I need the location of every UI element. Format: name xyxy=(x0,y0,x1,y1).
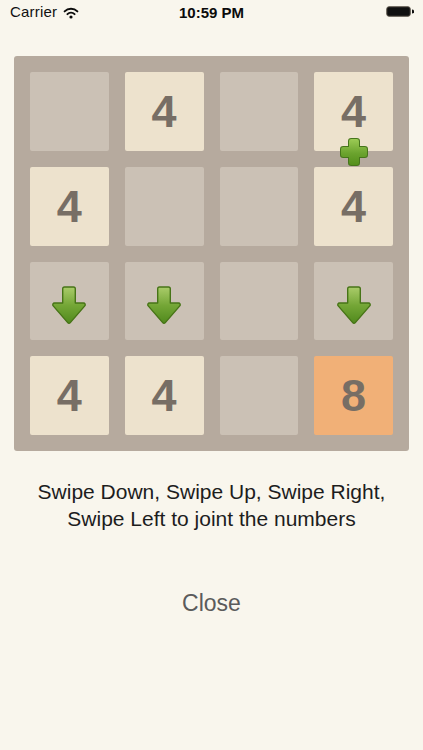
arrow-down-icon xyxy=(335,284,373,328)
cell-r1c1 xyxy=(30,72,109,151)
instruction-line-2: Swipe Left to joint the numbers xyxy=(0,506,423,533)
arrow-down-icon xyxy=(50,284,88,328)
instructions-text: Swipe Down, Swipe Up, Swipe Right, Swipe… xyxy=(0,479,423,532)
cell-r2c4: 4 xyxy=(314,167,393,246)
cell-r3c4 xyxy=(314,262,393,341)
cell-r4c4: 8 xyxy=(314,356,393,435)
cell-r4c3 xyxy=(220,356,299,435)
cell-r3c3 xyxy=(220,262,299,341)
cell-r2c1: 4 xyxy=(30,167,109,246)
cell-r2c2 xyxy=(125,167,204,246)
status-bar: Carrier 10:59 PM xyxy=(0,0,423,22)
arrow-down-icon xyxy=(145,284,183,328)
cell-r4c1: 4 xyxy=(30,356,109,435)
tile-number: 4 xyxy=(57,373,82,418)
tile-number: 4 xyxy=(152,373,177,418)
close-button[interactable]: Close xyxy=(0,588,423,619)
tile-number: 8 xyxy=(341,373,366,418)
tile-number: 4 xyxy=(341,89,366,134)
cell-r3c2 xyxy=(125,262,204,341)
cell-r2c3 xyxy=(220,167,299,246)
instruction-line-1: Swipe Down, Swipe Up, Swipe Right, xyxy=(0,479,423,506)
tile-number: 4 xyxy=(57,184,82,229)
screen: Carrier 10:59 PM 4444 xyxy=(0,0,423,750)
board[interactable]: 4444 xyxy=(14,56,409,451)
cell-r1c3 xyxy=(220,72,299,151)
cell-r4c2: 4 xyxy=(125,356,204,435)
time-label: 10:59 PM xyxy=(0,4,423,21)
cell-r1c2: 4 xyxy=(125,72,204,151)
battery-full-icon xyxy=(386,6,414,17)
plus-icon xyxy=(338,136,370,168)
tile-number: 4 xyxy=(152,89,177,134)
cell-r3c1 xyxy=(30,262,109,341)
tile-number: 4 xyxy=(341,184,366,229)
